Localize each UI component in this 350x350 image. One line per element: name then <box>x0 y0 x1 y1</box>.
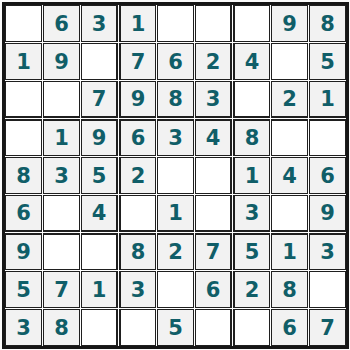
cell-r6c1[interactable]: 6 <box>5 195 42 232</box>
cell-r6c8[interactable] <box>271 195 308 232</box>
cell-r3c6[interactable]: 3 <box>195 81 232 118</box>
cell-r7c9[interactable]: 3 <box>309 233 346 270</box>
cell-r5c5[interactable] <box>157 157 194 194</box>
cell-r2c4[interactable]: 7 <box>119 43 156 80</box>
cell-r8c2[interactable]: 7 <box>43 271 80 308</box>
cell-r1c8[interactable]: 9 <box>271 5 308 42</box>
cell-r7c2[interactable] <box>43 233 80 270</box>
cell-r8c5[interactable] <box>157 271 194 308</box>
cell-r7c4[interactable]: 8 <box>119 233 156 270</box>
cell-r4c1[interactable] <box>5 119 42 156</box>
cell-r1c1[interactable] <box>5 5 42 42</box>
cell-r5c9[interactable]: 6 <box>309 157 346 194</box>
cell-r8c8[interactable]: 8 <box>271 271 308 308</box>
cell-r6c9[interactable]: 9 <box>309 195 346 232</box>
cell-r5c1[interactable]: 8 <box>5 157 42 194</box>
cell-r1c2[interactable]: 6 <box>43 5 80 42</box>
cell-r6c5[interactable]: 1 <box>157 195 194 232</box>
sudoku-board: 6319819762457983211963488352146641399827… <box>5 5 346 346</box>
cell-r8c9[interactable] <box>309 271 346 308</box>
cell-r9c2[interactable]: 8 <box>43 309 80 346</box>
cell-r4c2[interactable]: 1 <box>43 119 80 156</box>
cell-r3c8[interactable]: 2 <box>271 81 308 118</box>
cell-r8c6[interactable]: 6 <box>195 271 232 308</box>
cell-r8c1[interactable]: 5 <box>5 271 42 308</box>
cell-r4c5[interactable]: 3 <box>157 119 194 156</box>
cell-r3c9[interactable]: 1 <box>309 81 346 118</box>
cell-r1c3[interactable]: 3 <box>81 5 118 42</box>
cell-r8c4[interactable]: 3 <box>119 271 156 308</box>
cell-r9c8[interactable]: 6 <box>271 309 308 346</box>
cell-r7c3[interactable] <box>81 233 118 270</box>
cell-r5c3[interactable]: 5 <box>81 157 118 194</box>
cell-r6c6[interactable] <box>195 195 232 232</box>
cell-r2c2[interactable]: 9 <box>43 43 80 80</box>
cell-r1c9[interactable]: 8 <box>309 5 346 42</box>
cell-r1c7[interactable] <box>233 5 270 42</box>
cell-r5c4[interactable]: 2 <box>119 157 156 194</box>
cell-r2c5[interactable]: 6 <box>157 43 194 80</box>
page-background: 6319819762457983211963488352146641399827… <box>0 0 350 350</box>
cell-r1c4[interactable]: 1 <box>119 5 156 42</box>
cell-r4c4[interactable]: 6 <box>119 119 156 156</box>
cell-r9c7[interactable] <box>233 309 270 346</box>
cell-r4c6[interactable]: 4 <box>195 119 232 156</box>
cell-r2c3[interactable] <box>81 43 118 80</box>
cell-r4c8[interactable] <box>271 119 308 156</box>
cell-r2c1[interactable]: 1 <box>5 43 42 80</box>
cell-r3c3[interactable]: 7 <box>81 81 118 118</box>
cell-r9c3[interactable] <box>81 309 118 346</box>
cell-r6c4[interactable] <box>119 195 156 232</box>
cell-r2c9[interactable]: 5 <box>309 43 346 80</box>
cell-r7c5[interactable]: 2 <box>157 233 194 270</box>
cell-r1c5[interactable] <box>157 5 194 42</box>
cell-r9c6[interactable] <box>195 309 232 346</box>
cell-r3c5[interactable]: 8 <box>157 81 194 118</box>
cell-r7c6[interactable]: 7 <box>195 233 232 270</box>
cell-r7c8[interactable]: 1 <box>271 233 308 270</box>
cell-r2c6[interactable]: 2 <box>195 43 232 80</box>
cell-r5c8[interactable]: 4 <box>271 157 308 194</box>
cell-r8c3[interactable]: 1 <box>81 271 118 308</box>
cell-r2c7[interactable]: 4 <box>233 43 270 80</box>
cell-r3c2[interactable] <box>43 81 80 118</box>
cell-r5c6[interactable] <box>195 157 232 194</box>
cell-r6c7[interactable]: 3 <box>233 195 270 232</box>
cell-r6c3[interactable]: 4 <box>81 195 118 232</box>
cell-r7c1[interactable]: 9 <box>5 233 42 270</box>
cell-r4c7[interactable]: 8 <box>233 119 270 156</box>
cell-r9c9[interactable]: 7 <box>309 309 346 346</box>
cell-r5c2[interactable]: 3 <box>43 157 80 194</box>
cell-r2c8[interactable] <box>271 43 308 80</box>
cell-r3c7[interactable] <box>233 81 270 118</box>
cell-r9c4[interactable] <box>119 309 156 346</box>
cell-r1c6[interactable] <box>195 5 232 42</box>
cell-r9c1[interactable]: 3 <box>5 309 42 346</box>
cell-r7c7[interactable]: 5 <box>233 233 270 270</box>
cell-r5c7[interactable]: 1 <box>233 157 270 194</box>
cell-r8c7[interactable]: 2 <box>233 271 270 308</box>
cell-r9c5[interactable]: 5 <box>157 309 194 346</box>
cell-r3c4[interactable]: 9 <box>119 81 156 118</box>
cell-r4c3[interactable]: 9 <box>81 119 118 156</box>
cell-r6c2[interactable] <box>43 195 80 232</box>
sudoku-board-frame: 6319819762457983211963488352146641399827… <box>2 2 349 349</box>
cell-r4c9[interactable] <box>309 119 346 156</box>
cell-r3c1[interactable] <box>5 81 42 118</box>
